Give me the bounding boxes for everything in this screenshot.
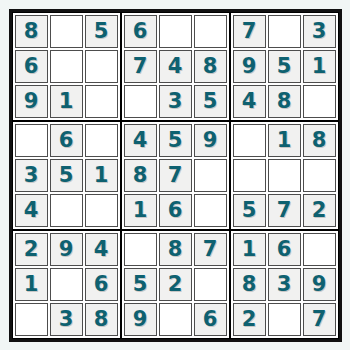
cell-r3c1[interactable]: 9 <box>15 85 48 118</box>
cell-r6c7[interactable]: 5 <box>233 194 266 227</box>
cell-r8c7[interactable]: 8 <box>233 268 266 301</box>
cell-r5c2[interactable]: 5 <box>50 159 83 192</box>
cell-r7c1[interactable]: 2 <box>15 233 48 266</box>
cell-r7c2[interactable]: 9 <box>50 233 83 266</box>
sudoku-box-r3c3: 1683927 <box>230 230 339 339</box>
cell-r5c4[interactable]: 8 <box>124 159 157 192</box>
cell-r8c5[interactable]: 2 <box>159 268 192 301</box>
cell-r2c3[interactable] <box>85 50 118 83</box>
sudoku-box-r2c1: 63514 <box>12 121 121 230</box>
cell-r9c5[interactable] <box>159 303 192 336</box>
cell-r9c6[interactable]: 6 <box>194 303 227 336</box>
cell-r3c8[interactable]: 8 <box>268 85 301 118</box>
cell-r4c2[interactable]: 6 <box>50 124 83 157</box>
cell-r5c9[interactable] <box>303 159 336 192</box>
cell-r3c6[interactable]: 5 <box>194 85 227 118</box>
cell-r8c4[interactable]: 5 <box>124 268 157 301</box>
cell-r1c2[interactable] <box>50 15 83 48</box>
cell-r1c8[interactable] <box>268 15 301 48</box>
cell-r5c6[interactable] <box>194 159 227 192</box>
cell-r6c5[interactable]: 6 <box>159 194 192 227</box>
cell-r7c7[interactable]: 1 <box>233 233 266 266</box>
cell-r6c3[interactable] <box>85 194 118 227</box>
cell-r4c8[interactable]: 1 <box>268 124 301 157</box>
cell-r2c9[interactable]: 1 <box>303 50 336 83</box>
cell-r8c9[interactable]: 9 <box>303 268 336 301</box>
cell-r4c4[interactable]: 4 <box>124 124 157 157</box>
cell-r2c4[interactable]: 7 <box>124 50 157 83</box>
cell-r6c6[interactable] <box>194 194 227 227</box>
sudoku-box-r1c2: 674835 <box>121 12 230 121</box>
cell-r8c3[interactable]: 6 <box>85 268 118 301</box>
cell-r3c5[interactable]: 3 <box>159 85 192 118</box>
cell-r2c2[interactable] <box>50 50 83 83</box>
cell-r4c3[interactable] <box>85 124 118 157</box>
cell-r6c8[interactable]: 7 <box>268 194 301 227</box>
cell-r4c1[interactable] <box>15 124 48 157</box>
cell-r9c7[interactable]: 2 <box>233 303 266 336</box>
cell-r2c7[interactable]: 9 <box>233 50 266 83</box>
cell-r9c3[interactable]: 8 <box>85 303 118 336</box>
cell-r9c4[interactable]: 9 <box>124 303 157 336</box>
cell-r7c6[interactable]: 7 <box>194 233 227 266</box>
sudoku-box-r1c3: 7395148 <box>230 12 339 121</box>
cell-r9c2[interactable]: 3 <box>50 303 83 336</box>
cell-r4c6[interactable]: 9 <box>194 124 227 157</box>
cell-r3c2[interactable]: 1 <box>50 85 83 118</box>
cell-r4c9[interactable]: 8 <box>303 124 336 157</box>
cell-r7c9[interactable] <box>303 233 336 266</box>
cell-r3c3[interactable] <box>85 85 118 118</box>
cell-r6c1[interactable]: 4 <box>15 194 48 227</box>
cell-r2c1[interactable]: 6 <box>15 50 48 83</box>
cell-r5c7[interactable] <box>233 159 266 192</box>
cell-r4c5[interactable]: 5 <box>159 124 192 157</box>
cell-r1c5[interactable] <box>159 15 192 48</box>
cell-r2c8[interactable]: 5 <box>268 50 301 83</box>
sudoku-board: 8569167483573951486351445987161857229416… <box>9 9 342 342</box>
sudoku-box-r3c1: 2941638 <box>12 230 121 339</box>
cell-r8c8[interactable]: 3 <box>268 268 301 301</box>
cell-r9c1[interactable] <box>15 303 48 336</box>
sudoku-box-r2c3: 18572 <box>230 121 339 230</box>
cell-r3c9[interactable] <box>303 85 336 118</box>
cell-r1c3[interactable]: 5 <box>85 15 118 48</box>
cell-r4c7[interactable] <box>233 124 266 157</box>
cell-r6c4[interactable]: 1 <box>124 194 157 227</box>
cell-r2c6[interactable]: 8 <box>194 50 227 83</box>
cell-r9c8[interactable] <box>268 303 301 336</box>
cell-r1c1[interactable]: 8 <box>15 15 48 48</box>
sudoku-box-r1c1: 85691 <box>12 12 121 121</box>
cell-r1c7[interactable]: 7 <box>233 15 266 48</box>
cell-r7c3[interactable]: 4 <box>85 233 118 266</box>
sudoku-box-r2c2: 4598716 <box>121 121 230 230</box>
cell-r3c4[interactable] <box>124 85 157 118</box>
cell-r1c9[interactable]: 3 <box>303 15 336 48</box>
cell-r5c8[interactable] <box>268 159 301 192</box>
cell-r7c5[interactable]: 8 <box>159 233 192 266</box>
cell-r8c1[interactable]: 1 <box>15 268 48 301</box>
cell-r5c5[interactable]: 7 <box>159 159 192 192</box>
cell-r7c4[interactable] <box>124 233 157 266</box>
sudoku-box-r3c2: 875296 <box>121 230 230 339</box>
cell-r3c7[interactable]: 4 <box>233 85 266 118</box>
cell-r9c9[interactable]: 7 <box>303 303 336 336</box>
cell-r8c6[interactable] <box>194 268 227 301</box>
cell-r8c2[interactable] <box>50 268 83 301</box>
cell-r6c2[interactable] <box>50 194 83 227</box>
cell-r7c8[interactable]: 6 <box>268 233 301 266</box>
cell-r6c9[interactable]: 2 <box>303 194 336 227</box>
cell-r2c5[interactable]: 4 <box>159 50 192 83</box>
cell-r5c3[interactable]: 1 <box>85 159 118 192</box>
cell-r5c1[interactable]: 3 <box>15 159 48 192</box>
cell-r1c4[interactable]: 6 <box>124 15 157 48</box>
cell-r1c6[interactable] <box>194 15 227 48</box>
